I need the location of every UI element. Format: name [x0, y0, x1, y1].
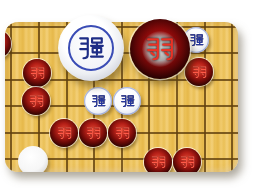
- weak-stone[interactable]: [22, 87, 50, 115]
- weak-glyph: [29, 94, 44, 108]
- grid-line-vertical: [231, 22, 233, 172]
- weak-glyph: [180, 155, 195, 169]
- weak-stone[interactable]: [185, 58, 213, 86]
- weak-glyph: [115, 126, 130, 140]
- strong-ball-inner-ring: [68, 25, 114, 71]
- weak-stone[interactable]: [50, 119, 78, 147]
- weak-stone[interactable]: [144, 148, 172, 172]
- strong-stone[interactable]: [84, 87, 112, 115]
- weak-glyph: [146, 36, 174, 62]
- strong-glyph: [189, 33, 204, 47]
- strong-glyph: [77, 35, 105, 61]
- weak-glyph: [57, 126, 72, 140]
- strong-glyph: [120, 94, 135, 108]
- weak-stone[interactable]: [108, 119, 136, 147]
- weak-glyph: [86, 126, 101, 140]
- weak-indicator-ball[interactable]: [130, 19, 190, 79]
- weak-ball-inner-halo: [142, 31, 178, 67]
- strong-indicator-ball[interactable]: [58, 15, 124, 81]
- weak-stone[interactable]: [173, 148, 201, 172]
- white-stone[interactable]: [18, 146, 48, 172]
- weak-glyph: [30, 66, 45, 80]
- weak-stone[interactable]: [79, 119, 107, 147]
- strong-glyph: [91, 94, 106, 108]
- weak-stone[interactable]: [23, 59, 51, 87]
- strong-stone[interactable]: [113, 87, 141, 115]
- weak-glyph: [151, 155, 166, 169]
- weak-glyph: [192, 65, 207, 79]
- grid-line-horizontal: [5, 26, 238, 28]
- app-background: [0, 0, 254, 188]
